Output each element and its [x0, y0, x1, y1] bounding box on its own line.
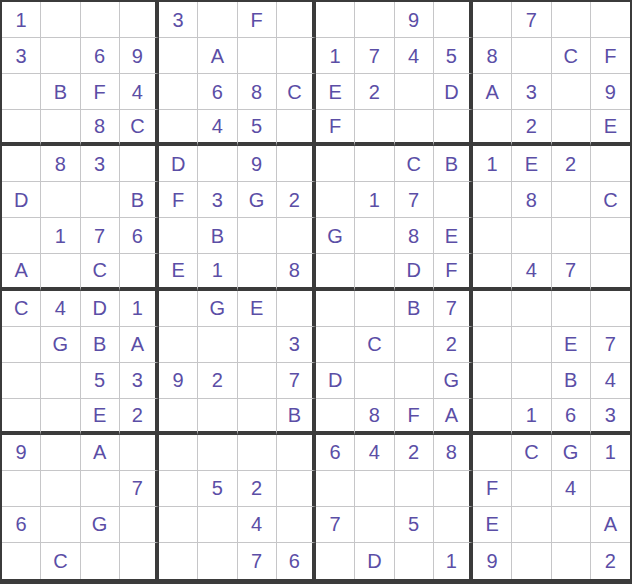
cell-r13c1[interactable]: 9 [2, 435, 41, 471]
cell-r9c15[interactable] [552, 291, 591, 327]
cell-r15c5[interactable] [159, 507, 198, 543]
cell-r4c15[interactable] [552, 110, 591, 146]
cell-r12c6[interactable] [198, 399, 237, 435]
cell-r14c10[interactable] [355, 471, 394, 507]
cell-r4c6[interactable]: 4 [198, 110, 237, 146]
cell-r10c2[interactable]: G [41, 327, 80, 363]
cell-r10c1[interactable] [2, 327, 41, 363]
cell-r13c16[interactable]: 1 [591, 435, 630, 471]
cell-r1c16[interactable] [591, 2, 630, 38]
cell-r12c2[interactable] [41, 399, 80, 435]
cell-r14c3[interactable] [81, 471, 120, 507]
cell-r1c13[interactable] [473, 2, 512, 38]
cell-r16c9[interactable] [316, 543, 355, 579]
cell-r3c15[interactable] [552, 74, 591, 110]
cell-r12c5[interactable] [159, 399, 198, 435]
cell-r6c11[interactable]: 7 [395, 182, 434, 218]
cell-r2c7[interactable] [238, 38, 277, 74]
cell-r4c10[interactable] [355, 110, 394, 146]
cell-r5c12[interactable]: B [434, 146, 473, 182]
cell-r5c11[interactable]: C [395, 146, 434, 182]
cell-r16c16[interactable]: 2 [591, 543, 630, 579]
cell-r5c2[interactable]: 8 [41, 146, 80, 182]
cell-r6c8[interactable]: 2 [277, 182, 316, 218]
cell-r15c4[interactable] [120, 507, 159, 543]
cell-r1c9[interactable] [316, 2, 355, 38]
cell-r12c16[interactable]: 3 [591, 399, 630, 435]
cell-r14c7[interactable]: 2 [238, 471, 277, 507]
cell-r8c10[interactable] [355, 254, 394, 290]
cell-r6c10[interactable]: 1 [355, 182, 394, 218]
cell-r16c10[interactable]: D [355, 543, 394, 579]
cell-r15c11[interactable]: 5 [395, 507, 434, 543]
cell-r10c14[interactable] [512, 327, 551, 363]
cell-r13c2[interactable] [41, 435, 80, 471]
cell-r15c9[interactable]: 7 [316, 507, 355, 543]
cell-r2c5[interactable] [159, 38, 198, 74]
cell-r14c6[interactable]: 5 [198, 471, 237, 507]
cell-r13c4[interactable] [120, 435, 159, 471]
cell-r2c4[interactable]: 9 [120, 38, 159, 74]
cell-r10c8[interactable]: 3 [277, 327, 316, 363]
cell-r14c11[interactable] [395, 471, 434, 507]
cell-r2c15[interactable]: C [552, 38, 591, 74]
cell-r12c8[interactable]: B [277, 399, 316, 435]
cell-r14c13[interactable]: F [473, 471, 512, 507]
cell-r2c12[interactable]: 5 [434, 38, 473, 74]
cell-r12c4[interactable]: 2 [120, 399, 159, 435]
cell-r8c1[interactable]: A [2, 254, 41, 290]
cell-r6c12[interactable] [434, 182, 473, 218]
cell-r6c5[interactable]: F [159, 182, 198, 218]
cell-r9c3[interactable]: D [81, 291, 120, 327]
cell-r11c6[interactable]: 2 [198, 363, 237, 399]
cell-r10c11[interactable] [395, 327, 434, 363]
cell-r15c13[interactable]: E [473, 507, 512, 543]
cell-r7c2[interactable]: 1 [41, 218, 80, 254]
cell-r8c11[interactable]: D [395, 254, 434, 290]
cell-r6c7[interactable]: G [238, 182, 277, 218]
cell-r9c9[interactable] [316, 291, 355, 327]
cell-r10c6[interactable] [198, 327, 237, 363]
cell-r15c2[interactable] [41, 507, 80, 543]
cell-r12c13[interactable] [473, 399, 512, 435]
cell-r5c8[interactable] [277, 146, 316, 182]
cell-r6c6[interactable]: 3 [198, 182, 237, 218]
cell-r10c16[interactable]: 7 [591, 327, 630, 363]
cell-r16c15[interactable] [552, 543, 591, 579]
cell-r1c7[interactable]: F [238, 2, 277, 38]
cell-r15c6[interactable] [198, 507, 237, 543]
cell-r2c8[interactable] [277, 38, 316, 74]
cell-r6c3[interactable] [81, 182, 120, 218]
cell-r9c11[interactable]: B [395, 291, 434, 327]
cell-r11c14[interactable] [512, 363, 551, 399]
cell-r5c15[interactable]: 2 [552, 146, 591, 182]
cell-r15c16[interactable]: A [591, 507, 630, 543]
cell-r5c5[interactable]: D [159, 146, 198, 182]
cell-r8c6[interactable]: 1 [198, 254, 237, 290]
cell-r5c13[interactable]: 1 [473, 146, 512, 182]
cell-r16c3[interactable] [81, 543, 120, 579]
cell-r14c9[interactable] [316, 471, 355, 507]
cell-r5c9[interactable] [316, 146, 355, 182]
cell-r8c5[interactable]: E [159, 254, 198, 290]
sudoku-board: 13F97369A17458CFBF468CE2DA398C45F2E83D9C… [0, 0, 632, 584]
cell-r7c6[interactable]: B [198, 218, 237, 254]
cell-r5c16[interactable] [591, 146, 630, 182]
cell-r5c14[interactable]: E [512, 146, 551, 182]
cell-r6c9[interactable] [316, 182, 355, 218]
cell-r16c5[interactable] [159, 543, 198, 579]
cell-r15c3[interactable]: G [81, 507, 120, 543]
cell-r8c3[interactable]: C [81, 254, 120, 290]
cell-r1c12[interactable] [434, 2, 473, 38]
cell-r7c3[interactable]: 7 [81, 218, 120, 254]
cell-r9c8[interactable] [277, 291, 316, 327]
cell-r16c8[interactable]: 6 [277, 543, 316, 579]
cell-r13c10[interactable]: 4 [355, 435, 394, 471]
cell-r12c12[interactable]: A [434, 399, 473, 435]
cell-r12c10[interactable]: 8 [355, 399, 394, 435]
cell-r12c7[interactable] [238, 399, 277, 435]
cell-r8c2[interactable] [41, 254, 80, 290]
cell-r13c14[interactable]: C [512, 435, 551, 471]
cell-r13c13[interactable] [473, 435, 512, 471]
cell-r7c13[interactable] [473, 218, 512, 254]
cell-r1c10[interactable] [355, 2, 394, 38]
cell-r6c4[interactable]: B [120, 182, 159, 218]
cell-r13c15[interactable]: G [552, 435, 591, 471]
cell-r14c12[interactable] [434, 471, 473, 507]
cell-r7c9[interactable]: G [316, 218, 355, 254]
cell-r7c1[interactable] [2, 218, 41, 254]
cell-r8c7[interactable] [238, 254, 277, 290]
cell-r8c9[interactable] [316, 254, 355, 290]
cell-r16c7[interactable]: 7 [238, 543, 277, 579]
cell-r11c4[interactable]: 3 [120, 363, 159, 399]
cell-r13c8[interactable] [277, 435, 316, 471]
cell-r14c4[interactable]: 7 [120, 471, 159, 507]
cell-r3c11[interactable] [395, 74, 434, 110]
cell-r10c15[interactable]: E [552, 327, 591, 363]
cell-r4c4[interactable]: C [120, 110, 159, 146]
cell-r13c3[interactable]: A [81, 435, 120, 471]
cell-r2c14[interactable] [512, 38, 551, 74]
cell-r2c10[interactable]: 7 [355, 38, 394, 74]
cell-r4c14[interactable]: 2 [512, 110, 551, 146]
cell-r8c8[interactable]: 8 [277, 254, 316, 290]
cell-r9c4[interactable]: 1 [120, 291, 159, 327]
cell-r2c6[interactable]: A [198, 38, 237, 74]
cell-r15c14[interactable] [512, 507, 551, 543]
cell-r12c14[interactable]: 1 [512, 399, 551, 435]
cell-r2c2[interactable] [41, 38, 80, 74]
cell-r5c1[interactable] [2, 146, 41, 182]
cell-r1c1[interactable]: 1 [2, 2, 41, 38]
cell-r3c3[interactable]: F [81, 74, 120, 110]
cell-r3c4[interactable]: 4 [120, 74, 159, 110]
cell-r14c1[interactable] [2, 471, 41, 507]
cell-r4c12[interactable] [434, 110, 473, 146]
cell-r7c8[interactable] [277, 218, 316, 254]
cell-r11c1[interactable] [2, 363, 41, 399]
cell-r2c11[interactable]: 4 [395, 38, 434, 74]
cell-r3c12[interactable]: D [434, 74, 473, 110]
cell-r9c10[interactable] [355, 291, 394, 327]
cell-r13c11[interactable]: 2 [395, 435, 434, 471]
cell-r6c13[interactable] [473, 182, 512, 218]
cell-r9c1[interactable]: C [2, 291, 41, 327]
cell-r2c1[interactable]: 3 [2, 38, 41, 74]
cell-r4c5[interactable] [159, 110, 198, 146]
cell-r15c7[interactable]: 4 [238, 507, 277, 543]
cell-r15c10[interactable] [355, 507, 394, 543]
cell-r9c5[interactable] [159, 291, 198, 327]
cell-r7c4[interactable]: 6 [120, 218, 159, 254]
cell-r14c2[interactable] [41, 471, 80, 507]
cell-r13c6[interactable] [198, 435, 237, 471]
cell-r10c7[interactable] [238, 327, 277, 363]
cell-r4c2[interactable] [41, 110, 80, 146]
cell-r16c4[interactable] [120, 543, 159, 579]
cell-r15c1[interactable]: 6 [2, 507, 41, 543]
cell-r3c6[interactable]: 6 [198, 74, 237, 110]
cell-r11c16[interactable]: 4 [591, 363, 630, 399]
cell-r10c10[interactable]: C [355, 327, 394, 363]
cell-r1c15[interactable] [552, 2, 591, 38]
cell-r2c9[interactable]: 1 [316, 38, 355, 74]
cell-r10c4[interactable]: A [120, 327, 159, 363]
cell-r11c12[interactable]: G [434, 363, 473, 399]
cell-r15c8[interactable] [277, 507, 316, 543]
cell-r3c14[interactable]: 3 [512, 74, 551, 110]
cell-r16c14[interactable] [512, 543, 551, 579]
cell-r10c5[interactable] [159, 327, 198, 363]
cell-r4c9[interactable]: F [316, 110, 355, 146]
cell-r1c5[interactable]: 3 [159, 2, 198, 38]
cell-r11c11[interactable] [395, 363, 434, 399]
cell-r8c15[interactable]: 7 [552, 254, 591, 290]
cell-r6c1[interactable]: D [2, 182, 41, 218]
cell-r7c11[interactable]: 8 [395, 218, 434, 254]
cell-r11c8[interactable]: 7 [277, 363, 316, 399]
cell-r14c14[interactable] [512, 471, 551, 507]
cell-r14c5[interactable] [159, 471, 198, 507]
cell-r2c16[interactable]: F [591, 38, 630, 74]
cell-r10c13[interactable] [473, 327, 512, 363]
cell-r7c10[interactable] [355, 218, 394, 254]
cell-r16c6[interactable] [198, 543, 237, 579]
cell-r8c13[interactable] [473, 254, 512, 290]
cell-r4c8[interactable] [277, 110, 316, 146]
cell-r7c16[interactable] [591, 218, 630, 254]
cell-r10c12[interactable]: 2 [434, 327, 473, 363]
cell-r6c14[interactable]: 8 [512, 182, 551, 218]
cell-r16c11[interactable] [395, 543, 434, 579]
cell-r13c9[interactable]: 6 [316, 435, 355, 471]
cell-r8c4[interactable] [120, 254, 159, 290]
cell-r7c7[interactable] [238, 218, 277, 254]
cell-r14c8[interactable] [277, 471, 316, 507]
cell-r1c2[interactable] [41, 2, 80, 38]
cell-r8c12[interactable]: F [434, 254, 473, 290]
cell-r11c13[interactable] [473, 363, 512, 399]
cell-r3c8[interactable]: C [277, 74, 316, 110]
cell-r2c3[interactable]: 6 [81, 38, 120, 74]
cell-r5c6[interactable] [198, 146, 237, 182]
cell-r12c9[interactable] [316, 399, 355, 435]
cell-r12c11[interactable]: F [395, 399, 434, 435]
cell-r3c13[interactable]: A [473, 74, 512, 110]
cell-r15c12[interactable] [434, 507, 473, 543]
cell-r5c4[interactable] [120, 146, 159, 182]
cell-r1c11[interactable]: 9 [395, 2, 434, 38]
cell-r9c2[interactable]: 4 [41, 291, 80, 327]
cell-r9c16[interactable] [591, 291, 630, 327]
cell-r13c5[interactable] [159, 435, 198, 471]
cell-r1c4[interactable] [120, 2, 159, 38]
cell-r7c5[interactable] [159, 218, 198, 254]
cell-r1c14[interactable]: 7 [512, 2, 551, 38]
cell-r14c15[interactable]: 4 [552, 471, 591, 507]
cell-r7c15[interactable] [552, 218, 591, 254]
cell-r2c13[interactable]: 8 [473, 38, 512, 74]
cell-r4c3[interactable]: 8 [81, 110, 120, 146]
cell-r3c2[interactable]: B [41, 74, 80, 110]
cell-r1c6[interactable] [198, 2, 237, 38]
cell-r8c16[interactable] [591, 254, 630, 290]
cell-r3c9[interactable]: E [316, 74, 355, 110]
cell-r16c12[interactable]: 1 [434, 543, 473, 579]
cell-r16c1[interactable] [2, 543, 41, 579]
cell-r10c3[interactable]: B [81, 327, 120, 363]
cell-r4c7[interactable]: 5 [238, 110, 277, 146]
cell-r8c14[interactable]: 4 [512, 254, 551, 290]
cell-r4c16[interactable]: E [591, 110, 630, 146]
cell-r5c3[interactable]: 3 [81, 146, 120, 182]
cell-r7c14[interactable] [512, 218, 551, 254]
cell-r11c15[interactable]: B [552, 363, 591, 399]
cell-r12c3[interactable]: E [81, 399, 120, 435]
cell-r4c11[interactable] [395, 110, 434, 146]
cell-r10c9[interactable] [316, 327, 355, 363]
cell-r3c1[interactable] [2, 74, 41, 110]
cell-r3c7[interactable]: 8 [238, 74, 277, 110]
cell-r3c5[interactable] [159, 74, 198, 110]
cell-r12c15[interactable]: 6 [552, 399, 591, 435]
cell-r6c15[interactable] [552, 182, 591, 218]
cell-r16c13[interactable]: 9 [473, 543, 512, 579]
cell-r13c7[interactable] [238, 435, 277, 471]
cell-r16c2[interactable]: C [41, 543, 80, 579]
cell-r11c2[interactable] [41, 363, 80, 399]
cell-r11c9[interactable]: D [316, 363, 355, 399]
cell-r9c7[interactable]: E [238, 291, 277, 327]
cell-r7c12[interactable]: E [434, 218, 473, 254]
cell-r6c16[interactable]: C [591, 182, 630, 218]
cell-r4c13[interactable] [473, 110, 512, 146]
cell-r11c5[interactable]: 9 [159, 363, 198, 399]
cell-r9c12[interactable]: 7 [434, 291, 473, 327]
cell-r9c13[interactable] [473, 291, 512, 327]
cell-r15c15[interactable] [552, 507, 591, 543]
cell-r1c8[interactable] [277, 2, 316, 38]
cell-r5c10[interactable] [355, 146, 394, 182]
cell-r13c12[interactable]: 8 [434, 435, 473, 471]
cell-r9c6[interactable]: G [198, 291, 237, 327]
cell-r5c7[interactable]: 9 [238, 146, 277, 182]
cell-r9c14[interactable] [512, 291, 551, 327]
cell-r1c3[interactable] [81, 2, 120, 38]
cell-r14c16[interactable] [591, 471, 630, 507]
cell-r11c7[interactable] [238, 363, 277, 399]
cell-r11c10[interactable] [355, 363, 394, 399]
cell-r4c1[interactable] [2, 110, 41, 146]
cell-r12c1[interactable] [2, 399, 41, 435]
cell-r3c10[interactable]: 2 [355, 74, 394, 110]
cell-r6c2[interactable] [41, 182, 80, 218]
cell-r11c3[interactable]: 5 [81, 363, 120, 399]
cell-r3c16[interactable]: 9 [591, 74, 630, 110]
